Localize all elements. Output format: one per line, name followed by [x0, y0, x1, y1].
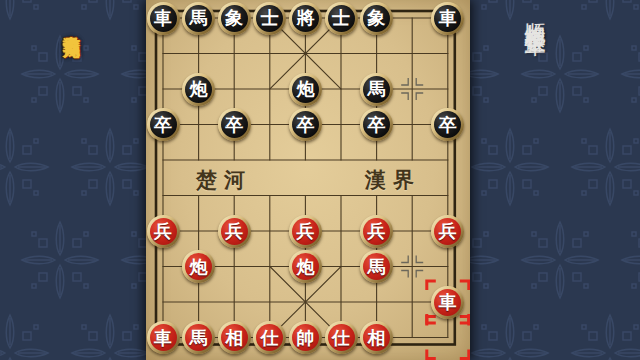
piece-face: 兵 [434, 218, 461, 245]
piece-face: 象 [363, 5, 390, 32]
piece-red-soldier[interactable]: 兵 [289, 215, 322, 248]
piece-face: 卒 [363, 111, 390, 138]
piece-character: 卒 [439, 116, 457, 134]
piece-face: 炮 [292, 253, 319, 280]
piece-red-cannon[interactable]: 炮 [289, 250, 322, 283]
piece-red-advisor[interactable]: 仕 [325, 321, 358, 354]
piece-black-advisor[interactable]: 士 [325, 2, 358, 35]
piece-face: 仕 [328, 324, 355, 351]
piece-face: 卒 [292, 111, 319, 138]
piece-red-general[interactable]: 帥 [289, 321, 322, 354]
piece-black-cannon[interactable]: 炮 [182, 73, 215, 106]
piece-face: 士 [328, 5, 355, 32]
piece-red-horse[interactable]: 馬 [360, 250, 393, 283]
piece-character: 車 [154, 329, 172, 347]
xiangqi-board[interactable]: 楚河 漢界 車馬象士將士象車炮炮馬卒卒卒卒卒兵兵兵兵兵炮炮馬車車馬相仕帥仕相 [146, 0, 470, 360]
piece-character: 車 [439, 9, 457, 27]
piece-red-chariot[interactable]: 車 [147, 321, 180, 354]
app-root: { "game": "xiangqi (Chinese chess)", "po… [0, 0, 640, 360]
piece-face: 馬 [363, 253, 390, 280]
piece-face: 馬 [185, 324, 212, 351]
piece-character: 炮 [296, 80, 314, 98]
piece-red-soldier[interactable]: 兵 [218, 215, 251, 248]
piece-black-advisor[interactable]: 士 [253, 2, 286, 35]
piece-face: 卒 [434, 111, 461, 138]
piece-character: 車 [439, 293, 457, 311]
pieces-layer: 車馬象士將士象車炮炮馬卒卒卒卒卒兵兵兵兵兵炮炮馬車車馬相仕帥仕相 [146, 0, 470, 360]
piece-character: 馬 [190, 9, 208, 27]
piece-black-soldier[interactable]: 卒 [431, 108, 464, 141]
piece-red-elephant[interactable]: 相 [360, 321, 393, 354]
piece-face: 將 [292, 5, 319, 32]
piece-face: 馬 [185, 5, 212, 32]
piece-black-horse[interactable]: 馬 [182, 2, 215, 35]
piece-character: 馬 [368, 258, 386, 276]
piece-black-cannon[interactable]: 炮 [289, 73, 322, 106]
piece-character: 馬 [368, 80, 386, 98]
piece-red-elephant[interactable]: 相 [218, 321, 251, 354]
piece-face: 炮 [185, 76, 212, 103]
piece-red-soldier[interactable]: 兵 [147, 215, 180, 248]
piece-character: 仕 [332, 329, 350, 347]
episode-title: 古谱最毒辣九局 [60, 22, 83, 29]
piece-black-soldier[interactable]: 卒 [218, 108, 251, 141]
piece-character: 將 [296, 9, 314, 27]
piece-red-advisor[interactable]: 仕 [253, 321, 286, 354]
piece-character: 仕 [261, 329, 279, 347]
piece-face: 卒 [150, 111, 177, 138]
piece-face: 車 [434, 289, 461, 316]
piece-character: 相 [225, 329, 243, 347]
piece-character: 卒 [296, 116, 314, 134]
piece-face: 仕 [256, 324, 283, 351]
piece-black-horse[interactable]: 馬 [360, 73, 393, 106]
piece-face: 車 [150, 324, 177, 351]
piece-face: 炮 [185, 253, 212, 280]
piece-character: 象 [368, 9, 386, 27]
piece-character: 相 [368, 329, 386, 347]
piece-face: 士 [256, 5, 283, 32]
piece-face: 車 [434, 5, 461, 32]
piece-face: 炮 [292, 76, 319, 103]
piece-face: 帥 [292, 324, 319, 351]
piece-character: 士 [261, 9, 279, 27]
piece-character: 士 [332, 9, 350, 27]
piece-character: 象 [225, 9, 243, 27]
opening-caption: 顺炮横车破直车 [521, 6, 549, 21]
piece-face: 兵 [292, 218, 319, 245]
piece-black-soldier[interactable]: 卒 [147, 108, 180, 141]
piece-black-soldier[interactable]: 卒 [360, 108, 393, 141]
piece-black-soldier[interactable]: 卒 [289, 108, 322, 141]
piece-character: 兵 [225, 222, 243, 240]
piece-face: 象 [221, 5, 248, 32]
piece-character: 兵 [296, 222, 314, 240]
piece-character: 炮 [296, 258, 314, 276]
piece-black-elephant[interactable]: 象 [360, 2, 393, 35]
piece-black-chariot[interactable]: 車 [147, 2, 180, 35]
piece-character: 炮 [190, 258, 208, 276]
piece-character: 車 [154, 9, 172, 27]
piece-character: 馬 [190, 329, 208, 347]
piece-character: 兵 [439, 222, 457, 240]
piece-red-soldier[interactable]: 兵 [431, 215, 464, 248]
piece-face: 兵 [150, 218, 177, 245]
piece-black-general[interactable]: 將 [289, 2, 322, 35]
piece-face: 相 [221, 324, 248, 351]
piece-character: 帥 [296, 329, 314, 347]
piece-face: 相 [363, 324, 390, 351]
piece-red-soldier[interactable]: 兵 [360, 215, 393, 248]
piece-character: 卒 [154, 116, 172, 134]
piece-character: 卒 [225, 116, 243, 134]
piece-character: 炮 [190, 80, 208, 98]
piece-red-cannon[interactable]: 炮 [182, 250, 215, 283]
piece-character: 卒 [368, 116, 386, 134]
piece-face: 車 [150, 5, 177, 32]
piece-black-chariot[interactable]: 車 [431, 2, 464, 35]
piece-face: 兵 [363, 218, 390, 245]
piece-face: 卒 [221, 111, 248, 138]
piece-face: 馬 [363, 76, 390, 103]
piece-face: 兵 [221, 218, 248, 245]
piece-red-horse[interactable]: 馬 [182, 321, 215, 354]
piece-character: 兵 [368, 222, 386, 240]
piece-red-chariot[interactable]: 車 [431, 286, 464, 319]
piece-character: 兵 [154, 222, 172, 240]
piece-black-elephant[interactable]: 象 [218, 2, 251, 35]
